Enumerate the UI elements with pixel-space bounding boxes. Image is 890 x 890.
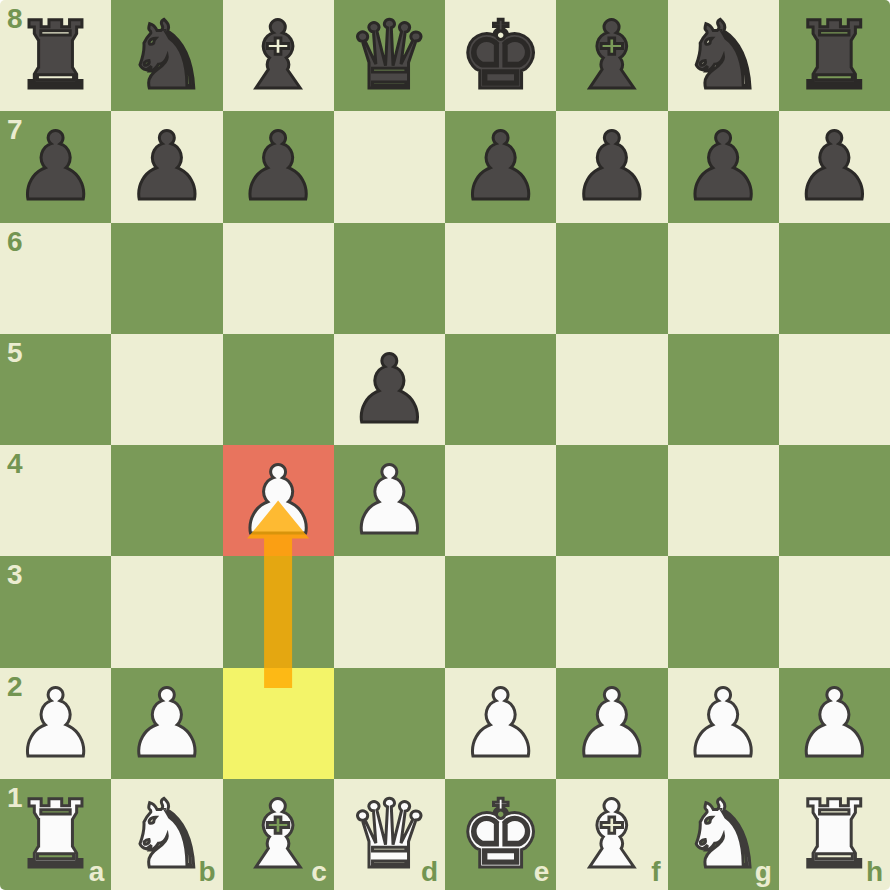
square-f8[interactable]: ♝ <box>556 0 667 111</box>
rank-label-3: 3 <box>7 559 23 591</box>
black-rook[interactable]: ♜ <box>13 0 97 111</box>
square-g1[interactable]: g♞ <box>668 779 779 890</box>
square-c2[interactable] <box>223 668 334 779</box>
file-label-a: a <box>89 856 105 888</box>
white-pawn[interactable]: ♟ <box>792 668 876 779</box>
rank-label-7: 7 <box>7 114 23 146</box>
square-a7[interactable]: 7♟ <box>0 111 111 222</box>
square-h1[interactable]: h♜ <box>779 779 890 890</box>
square-e6[interactable] <box>445 223 556 334</box>
black-pawn[interactable]: ♟ <box>236 111 320 222</box>
file-label-f: f <box>651 856 660 888</box>
square-d2[interactable] <box>334 668 445 779</box>
black-pawn[interactable]: ♟ <box>13 111 97 222</box>
square-c7[interactable]: ♟ <box>223 111 334 222</box>
square-c5[interactable] <box>223 334 334 445</box>
square-d4[interactable]: ♟ <box>334 445 445 556</box>
square-d6[interactable] <box>334 223 445 334</box>
square-g6[interactable] <box>668 223 779 334</box>
square-d5[interactable]: ♟ <box>334 334 445 445</box>
square-g4[interactable] <box>668 445 779 556</box>
white-pawn[interactable]: ♟ <box>236 445 320 556</box>
white-knight[interactable]: ♞ <box>125 779 209 890</box>
square-f1[interactable]: f♝ <box>556 779 667 890</box>
rank-label-2: 2 <box>7 671 23 703</box>
black-pawn[interactable]: ♟ <box>792 111 876 222</box>
white-queen[interactable]: ♛ <box>347 779 431 890</box>
chess-board: 8♜♞♝♛♚♝♞♜7♟♟♟♟♟♟♟65♟4♟♟32♟♟♟♟♟♟1a♜b♞c♝d♛… <box>0 0 890 890</box>
white-pawn[interactable]: ♟ <box>570 668 654 779</box>
black-pawn[interactable]: ♟ <box>125 111 209 222</box>
square-f7[interactable]: ♟ <box>556 111 667 222</box>
square-e7[interactable]: ♟ <box>445 111 556 222</box>
square-a2[interactable]: 2♟ <box>0 668 111 779</box>
white-pawn[interactable]: ♟ <box>125 668 209 779</box>
square-g5[interactable] <box>668 334 779 445</box>
square-b2[interactable]: ♟ <box>111 668 222 779</box>
square-d7[interactable] <box>334 111 445 222</box>
black-pawn[interactable]: ♟ <box>458 111 542 222</box>
black-knight[interactable]: ♞ <box>125 0 209 111</box>
square-f3[interactable] <box>556 556 667 667</box>
rank-label-1: 1 <box>7 782 23 814</box>
square-h2[interactable]: ♟ <box>779 668 890 779</box>
square-b3[interactable] <box>111 556 222 667</box>
file-label-c: c <box>311 856 327 888</box>
white-knight[interactable]: ♞ <box>681 779 765 890</box>
square-a3[interactable]: 3 <box>0 556 111 667</box>
square-g7[interactable]: ♟ <box>668 111 779 222</box>
rank-label-4: 4 <box>7 448 23 480</box>
square-b4[interactable] <box>111 445 222 556</box>
square-e1[interactable]: e♚ <box>445 779 556 890</box>
square-h5[interactable] <box>779 334 890 445</box>
square-a1[interactable]: 1a♜ <box>0 779 111 890</box>
square-e3[interactable] <box>445 556 556 667</box>
black-king[interactable]: ♚ <box>458 0 542 111</box>
black-bishop[interactable]: ♝ <box>570 0 654 111</box>
white-pawn[interactable]: ♟ <box>13 668 97 779</box>
white-bishop[interactable]: ♝ <box>236 779 320 890</box>
square-c8[interactable]: ♝ <box>223 0 334 111</box>
rank-label-8: 8 <box>7 3 23 35</box>
square-f2[interactable]: ♟ <box>556 668 667 779</box>
white-bishop[interactable]: ♝ <box>570 779 654 890</box>
square-b6[interactable] <box>111 223 222 334</box>
square-h7[interactable]: ♟ <box>779 111 890 222</box>
rank-label-6: 6 <box>7 226 23 258</box>
square-c4[interactable]: ♟ <box>223 445 334 556</box>
square-f5[interactable] <box>556 334 667 445</box>
square-g8[interactable]: ♞ <box>668 0 779 111</box>
square-a6[interactable]: 6 <box>0 223 111 334</box>
rank-label-5: 5 <box>7 337 23 369</box>
white-pawn[interactable]: ♟ <box>347 445 431 556</box>
square-b8[interactable]: ♞ <box>111 0 222 111</box>
square-a4[interactable]: 4 <box>0 445 111 556</box>
square-a8[interactable]: 8♜ <box>0 0 111 111</box>
square-h8[interactable]: ♜ <box>779 0 890 111</box>
white-king[interactable]: ♚ <box>458 779 542 890</box>
file-label-g: g <box>755 856 772 888</box>
file-label-b: b <box>198 856 215 888</box>
white-rook[interactable]: ♜ <box>13 779 97 890</box>
black-bishop[interactable]: ♝ <box>236 0 320 111</box>
file-label-d: d <box>421 856 438 888</box>
black-pawn[interactable]: ♟ <box>347 334 431 445</box>
square-h6[interactable] <box>779 223 890 334</box>
black-rook[interactable]: ♜ <box>792 0 876 111</box>
square-c6[interactable] <box>223 223 334 334</box>
square-g3[interactable] <box>668 556 779 667</box>
file-label-e: e <box>534 856 550 888</box>
square-f4[interactable] <box>556 445 667 556</box>
square-d8[interactable]: ♛ <box>334 0 445 111</box>
white-pawn[interactable]: ♟ <box>681 668 765 779</box>
black-pawn[interactable]: ♟ <box>681 111 765 222</box>
black-queen[interactable]: ♛ <box>347 0 431 111</box>
square-e4[interactable] <box>445 445 556 556</box>
square-d3[interactable] <box>334 556 445 667</box>
square-e8[interactable]: ♚ <box>445 0 556 111</box>
square-e2[interactable]: ♟ <box>445 668 556 779</box>
white-pawn[interactable]: ♟ <box>458 668 542 779</box>
square-b1[interactable]: b♞ <box>111 779 222 890</box>
square-d1[interactable]: d♛ <box>334 779 445 890</box>
square-h3[interactable] <box>779 556 890 667</box>
file-label-h: h <box>866 856 883 888</box>
square-b5[interactable] <box>111 334 222 445</box>
square-h4[interactable] <box>779 445 890 556</box>
black-knight[interactable]: ♞ <box>681 0 765 111</box>
square-b7[interactable]: ♟ <box>111 111 222 222</box>
black-pawn[interactable]: ♟ <box>570 111 654 222</box>
square-f6[interactable] <box>556 223 667 334</box>
square-c1[interactable]: c♝ <box>223 779 334 890</box>
square-e5[interactable] <box>445 334 556 445</box>
white-rook[interactable]: ♜ <box>792 779 876 890</box>
square-a5[interactable]: 5 <box>0 334 111 445</box>
square-c3[interactable] <box>223 556 334 667</box>
square-g2[interactable]: ♟ <box>668 668 779 779</box>
